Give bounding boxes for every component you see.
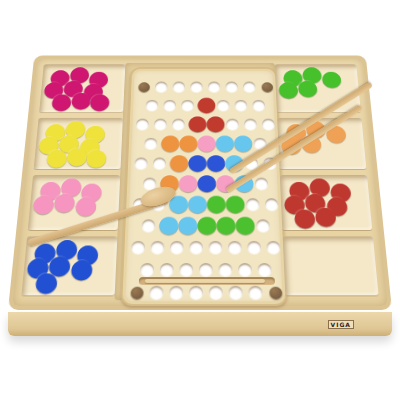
bead-orange[interactable]: ● [169, 153, 188, 170]
bead-orange[interactable]: ● [160, 134, 178, 150]
ball-magenta[interactable]: ● [70, 91, 91, 108]
ball-pink[interactable]: ● [31, 194, 53, 213]
peg-hole[interactable] [255, 178, 268, 190]
peg-hole[interactable] [243, 82, 256, 93]
magenta-bin: ●●●●●●●●● [39, 64, 125, 112]
peg-hole[interactable] [140, 263, 154, 276]
ball-pink[interactable]: ● [74, 196, 96, 215]
toy-scene: ●●●●●●●●●●●●●●●●●●●●●●●●●●●●●●● ●●●●●●●●… [8, 10, 392, 320]
bead-sky-blue[interactable]: ● [187, 194, 206, 211]
peg-hole[interactable] [225, 82, 238, 93]
peg-hole[interactable] [265, 198, 279, 210]
peg-hole[interactable] [155, 82, 168, 93]
peg-hole[interactable] [248, 286, 262, 300]
peg-hole[interactable] [229, 286, 243, 300]
peg-hole[interactable] [134, 158, 147, 170]
wooden-tray: ●●●●●●●●●●●●●●●●●●●●●●●●●●●●●●● ●●●●●●●●… [8, 55, 392, 310]
peg-hole[interactable] [169, 286, 183, 300]
bead-blue[interactable]: ● [187, 153, 205, 170]
peg-hole[interactable] [217, 100, 230, 111]
bead-green[interactable]: ● [206, 194, 225, 211]
ball-blue[interactable]: ● [34, 271, 57, 292]
peg-hole[interactable] [238, 263, 252, 276]
bead-green[interactable]: ● [224, 194, 243, 211]
bead-red[interactable]: ● [196, 96, 214, 112]
bead-red[interactable]: ● [187, 115, 205, 131]
corner-peg [130, 286, 143, 299]
bead-blue[interactable]: ● [205, 153, 224, 170]
tray-front-edge: VIGA [8, 312, 392, 336]
bead-sky-blue[interactable]: ● [158, 215, 177, 233]
ball-green[interactable]: ● [277, 81, 297, 98]
peg-hole[interactable] [131, 241, 145, 254]
slider-stick[interactable] [145, 279, 265, 283]
peg-hole[interactable] [142, 219, 156, 232]
bead-green[interactable]: ● [196, 215, 215, 233]
blue-bin: ●●●●●●● [21, 236, 117, 295]
peg-hole[interactable] [219, 263, 233, 276]
peg-hole[interactable] [190, 82, 202, 93]
peg-hole[interactable] [189, 241, 203, 254]
peg-hole[interactable] [173, 82, 185, 93]
photo-background: ●●●●●●●●●●●●●●●●●●●●●●●●●●●●●●● ●●●●●●●●… [0, 0, 400, 400]
peg-hole[interactable] [149, 286, 163, 300]
yellow-bin: ●●●●●●●●● [34, 118, 123, 169]
peg-hole[interactable] [154, 119, 167, 130]
peg-hole[interactable] [258, 263, 272, 276]
ball-red[interactable]: ● [313, 206, 335, 225]
ball-red[interactable]: ● [293, 208, 315, 228]
peg-hole[interactable] [153, 158, 166, 170]
peg-hole[interactable] [226, 119, 239, 130]
peg-hole[interactable] [136, 119, 149, 130]
bead-pink[interactable]: ● [196, 134, 214, 150]
slide-groove [139, 277, 275, 285]
ball-pink[interactable]: ● [52, 192, 74, 211]
red-bin: ●●●●●●●● [280, 175, 373, 230]
left-compartments: ●●●●●●●●●●●●●●●●●●●●●●●●●●●●●●● [21, 64, 125, 298]
peg-hole[interactable] [144, 138, 157, 149]
peg-hole[interactable] [163, 100, 176, 111]
peg-hole[interactable] [228, 241, 242, 254]
peg-hole[interactable] [170, 241, 184, 254]
bead-sky-blue[interactable]: ● [177, 215, 196, 233]
corner-peg [269, 286, 282, 299]
peg-hole[interactable] [244, 119, 257, 130]
peg-hole[interactable] [235, 100, 248, 111]
peg-hole[interactable] [181, 100, 194, 111]
peg-hole[interactable] [256, 219, 270, 232]
peg-hole[interactable] [208, 82, 220, 93]
right-compartments: ●●●●●●●●●●●●●●●●●● [275, 64, 379, 298]
green-bin: ●●●●● [275, 64, 361, 112]
corner-peg [261, 82, 273, 92]
bead-blue[interactable]: ● [196, 173, 215, 190]
peg-hole[interactable] [252, 100, 265, 111]
peg-hole[interactable] [209, 286, 223, 300]
brand-label: VIGA [328, 320, 354, 329]
bead-green[interactable]: ● [215, 215, 234, 233]
bead-pink[interactable]: ● [178, 173, 197, 190]
ball-magenta[interactable]: ● [88, 93, 109, 110]
bead-sky-blue[interactable]: ● [214, 134, 232, 150]
bead-green[interactable]: ● [234, 215, 254, 233]
peg-hole[interactable] [151, 241, 165, 254]
peg-hole[interactable] [199, 263, 213, 276]
peg-hole[interactable] [172, 119, 185, 130]
peg-hole[interactable] [246, 198, 260, 210]
peg-hole[interactable] [160, 263, 174, 276]
ball-green[interactable]: ● [296, 79, 316, 96]
peg-hole[interactable] [179, 263, 193, 276]
ball-blue[interactable]: ● [69, 258, 92, 279]
ball-magenta[interactable]: ● [50, 93, 71, 110]
ball-green[interactable]: ● [320, 70, 341, 87]
empty-bin [283, 236, 379, 295]
peg-hole[interactable] [247, 241, 261, 254]
peg-hole[interactable] [146, 100, 159, 111]
peg-hole[interactable] [262, 119, 275, 130]
orange-bin: ●●●●● [277, 118, 366, 169]
ball-yellow[interactable]: ● [65, 147, 86, 165]
peg-hole[interactable] [209, 241, 223, 254]
peg-hole[interactable] [266, 241, 280, 254]
ball-yellow[interactable]: ● [45, 148, 67, 166]
bead-orange[interactable]: ● [178, 134, 196, 150]
bead-red[interactable]: ● [205, 115, 223, 131]
peg-board-plate: ●●●●●●●●●●●●●●●●●●●●●●●●●● [120, 67, 288, 306]
peg-hole[interactable] [189, 286, 203, 300]
bead-sky-blue[interactable]: ● [233, 134, 252, 150]
corner-peg [138, 82, 150, 92]
ball-yellow[interactable]: ● [85, 148, 106, 166]
